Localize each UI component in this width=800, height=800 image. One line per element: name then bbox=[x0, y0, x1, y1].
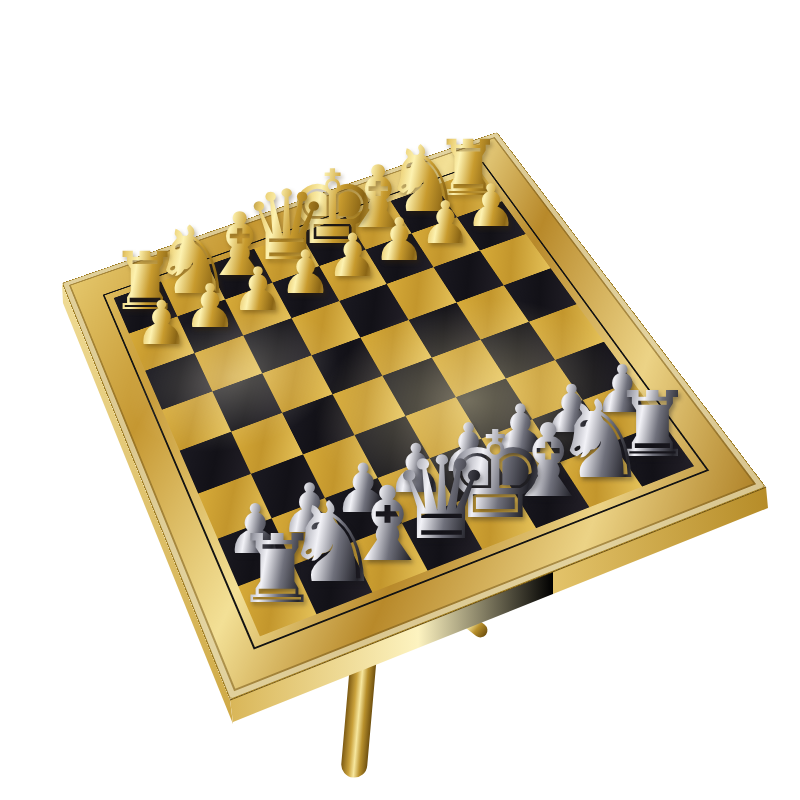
pieces-layer: ♜♞♝♛♚♝♞♜♟♟♟♟♟♟♟♟♟♟♟♟♟♟♟♟♜♞♝♛♚♝♞♜ bbox=[0, 0, 800, 800]
product-photo-chess-table: ♜♞♝♛♚♝♞♜♟♟♟♟♟♟♟♟♟♟♟♟♟♟♟♟♜♞♝♛♚♝♞♜ bbox=[0, 0, 800, 800]
piece-silver-rook-a8[interactable]: ♜ bbox=[230, 522, 325, 617]
piece-gold-pawn-a2[interactable]: ♟ bbox=[131, 293, 192, 354]
